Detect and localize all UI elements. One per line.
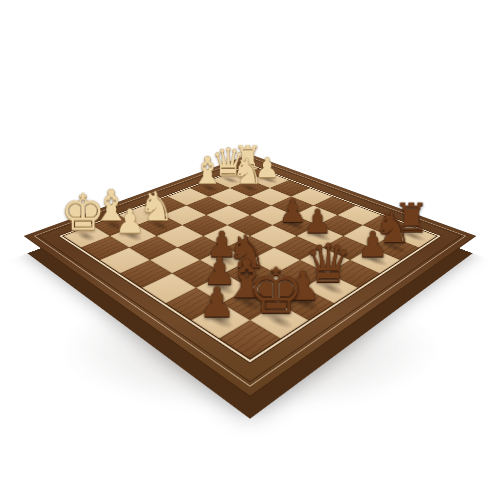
product-photo-stage: ♚♝♟♞♝♛♞♜♟♚♛♟♟♞♜♝♟♟♞♟♟♟ <box>0 0 500 500</box>
white-pawn-icon: ♟ <box>100 204 160 237</box>
black-pawn-icon: ♟ <box>179 281 255 323</box>
